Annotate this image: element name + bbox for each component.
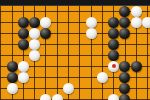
white-stone [63, 83, 74, 94]
go-app-screenshot [0, 0, 150, 100]
black-stone [119, 28, 130, 39]
white-stone [18, 72, 29, 83]
black-stone [131, 61, 142, 72]
black-stone [18, 28, 29, 39]
white-stone [131, 17, 142, 28]
black-stone [18, 17, 29, 28]
black-stone [119, 17, 130, 28]
black-stone [119, 83, 130, 94]
black-stone [7, 61, 18, 72]
white-stone [40, 94, 51, 100]
black-stone [108, 17, 119, 28]
white-stone [29, 50, 40, 61]
window-top-bar [0, 0, 150, 6]
white-stone [86, 17, 97, 28]
black-stone [119, 61, 130, 72]
white-stone [18, 61, 29, 72]
black-stone [29, 17, 40, 28]
last-move-marker [112, 64, 116, 68]
white-stone [97, 72, 108, 83]
white-stone [29, 39, 40, 50]
white-stone [29, 28, 40, 39]
white-stone [131, 6, 142, 17]
white-stone [142, 17, 150, 28]
black-stone [108, 39, 119, 50]
white-stone [52, 94, 63, 100]
black-stone [7, 72, 18, 83]
black-stone [119, 6, 130, 17]
white-stone [7, 83, 18, 94]
black-stone [108, 28, 119, 39]
black-stone [18, 39, 29, 50]
go-board[interactable] [0, 0, 150, 100]
white-stone [86, 28, 97, 39]
white-stone [108, 94, 119, 100]
stone-grid [0, 6, 150, 100]
black-stone [108, 50, 119, 61]
black-stone [119, 94, 130, 100]
white-stone [108, 61, 119, 72]
white-stone [40, 17, 51, 28]
black-stone [119, 72, 130, 83]
black-stone [40, 28, 51, 39]
